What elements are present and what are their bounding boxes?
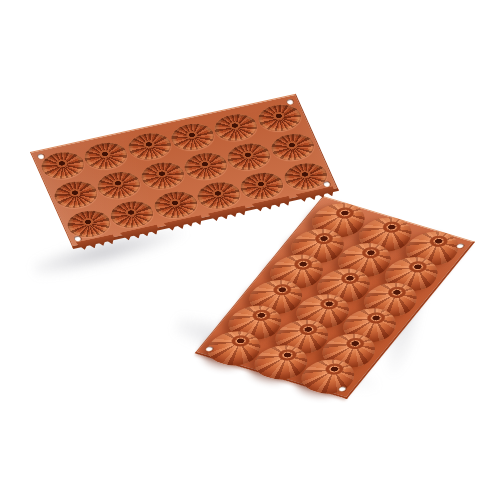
bundt-cavity <box>50 177 102 211</box>
bundt-cavity <box>63 207 115 241</box>
bundt-cavity <box>167 120 219 154</box>
bundt-cavity <box>193 178 245 212</box>
bundt-cavity <box>210 110 262 144</box>
bundt-cavity <box>136 158 188 192</box>
bundt-cavity <box>253 101 305 135</box>
bundt-cavity <box>279 159 331 193</box>
bundt-cavity <box>93 168 145 202</box>
bundt-cavity <box>236 169 288 203</box>
bundt-cavity <box>80 139 132 173</box>
front-mold <box>195 196 475 399</box>
product-photo <box>0 0 500 500</box>
bundt-cavity <box>266 130 318 164</box>
bundt-cavity <box>223 139 275 173</box>
bundt-cavity <box>37 148 89 182</box>
bundt-cavity <box>123 129 175 163</box>
bundt-cavity <box>106 197 158 231</box>
bundt-cavity <box>180 149 232 183</box>
front-dome-grid <box>197 197 473 397</box>
bundt-cavity <box>149 188 201 222</box>
